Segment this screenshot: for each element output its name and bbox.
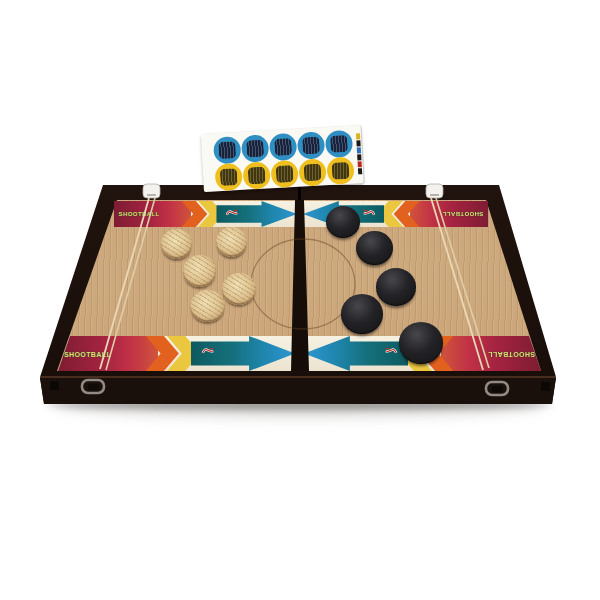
sticker-emblem-icon xyxy=(246,139,264,158)
black-puck[interactable] xyxy=(341,294,383,333)
banner-red-segment: SHOOTBALL xyxy=(410,201,488,227)
sticker-emblem-icon xyxy=(274,138,292,157)
print-registration-bar xyxy=(358,168,362,174)
round-sticker xyxy=(269,133,297,161)
round-sticker xyxy=(242,161,270,189)
black-puck[interactable] xyxy=(326,206,360,238)
board-fold-seam xyxy=(298,185,301,201)
wood-puck[interactable] xyxy=(190,290,225,323)
black-puck[interactable] xyxy=(399,322,443,363)
arabic-script-logo-icon xyxy=(201,346,216,356)
arrow-teal-icon xyxy=(216,201,297,227)
sticker-emblem-icon xyxy=(303,163,321,182)
wood-puck[interactable] xyxy=(222,273,256,305)
round-sticker xyxy=(297,131,325,159)
sticker-emblem-icon xyxy=(275,165,293,184)
round-sticker xyxy=(325,130,353,158)
banner-red-segment: SHOOTBALL xyxy=(114,201,191,227)
print-registration-bar xyxy=(356,133,360,139)
sticker-emblem-icon xyxy=(220,168,238,187)
print-registration-bar xyxy=(356,140,360,146)
brand-text: SHOOTBALL xyxy=(119,211,160,217)
arrow-teal-icon xyxy=(191,336,295,371)
sticker-emblem-icon xyxy=(248,166,266,185)
round-sticker xyxy=(298,158,326,186)
black-puck[interactable] xyxy=(356,231,393,266)
sticker-emblem-icon xyxy=(330,134,348,153)
sticker-emblem-icon xyxy=(331,161,349,180)
brand-text: SHOOTBALL xyxy=(488,350,535,357)
arabic-script-logo-icon xyxy=(361,208,376,218)
round-sticker xyxy=(241,134,269,162)
sticker-emblem-icon xyxy=(218,141,236,160)
black-puck[interactable] xyxy=(376,268,416,306)
arabic-script-logo-icon xyxy=(383,346,398,356)
banner-top-left: SHOOTBALL xyxy=(114,201,297,227)
round-sticker xyxy=(270,160,298,188)
arabic-script-logo-icon xyxy=(225,208,240,218)
brand-text: SHOOTBALL xyxy=(64,350,111,357)
sticker-grid xyxy=(201,125,364,192)
round-sticker xyxy=(213,136,241,164)
banner-bottom-left: SHOOTBALL xyxy=(58,336,295,371)
arrow-teal-icon xyxy=(304,336,408,371)
round-sticker xyxy=(214,163,242,191)
sticker-emblem-icon xyxy=(302,136,320,155)
wood-puck[interactable] xyxy=(161,229,192,258)
wood-puck[interactable] xyxy=(183,255,216,286)
print-registration-bar xyxy=(357,154,361,160)
banner-red-segment: SHOOTBALL xyxy=(58,336,158,371)
brand-text: SHOOTBALL xyxy=(442,211,483,217)
banner-red-segment: SHOOTBALL xyxy=(441,336,541,371)
sticker-sheet xyxy=(201,125,364,192)
print-registration-bar xyxy=(357,147,361,153)
round-sticker xyxy=(326,157,354,185)
wood-puck[interactable] xyxy=(216,227,247,256)
product-photo-scene: SHOOTBALL SHOOTBALL SHOOTBALL xyxy=(0,0,600,600)
print-registration-bar xyxy=(358,161,362,167)
